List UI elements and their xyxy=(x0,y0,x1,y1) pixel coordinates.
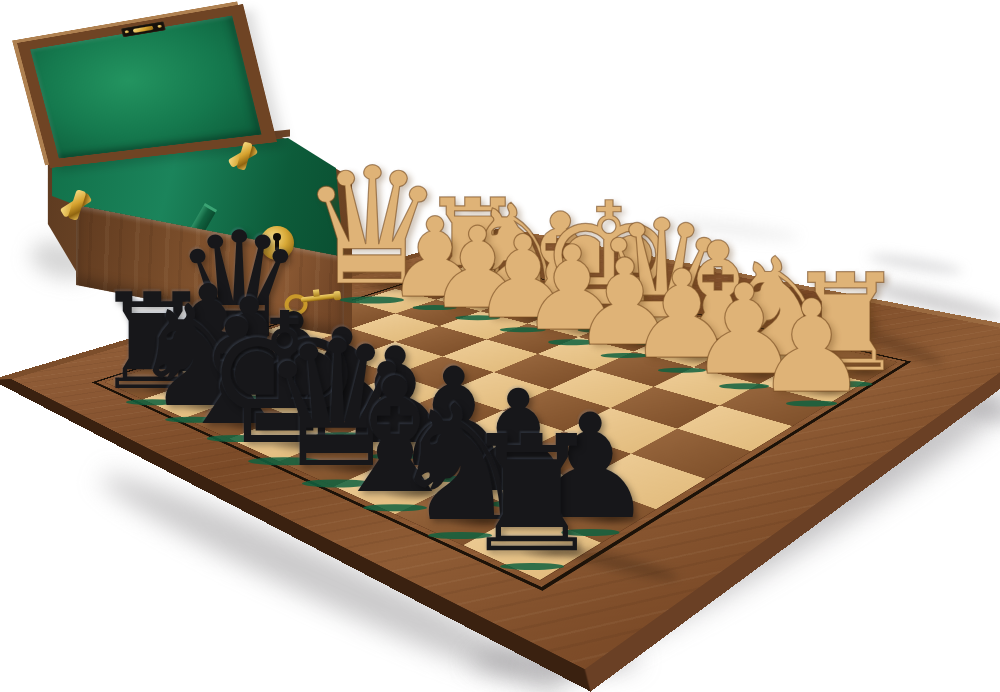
scene: ♜♛♞♟♝♟♚♟♛♟♛♝♟♞♟♟♜♟♟♜♟♟♞♟♝♟♚♟♛♟♝♟♞♜ xyxy=(0,0,1000,692)
felt-base-pad xyxy=(500,563,564,570)
brass-nameplate xyxy=(121,21,166,37)
felt-base-pad xyxy=(786,401,837,407)
chess-piece[interactable]: ♟ xyxy=(754,282,869,410)
hinge-right-icon xyxy=(226,136,268,180)
hinge-left-icon xyxy=(58,182,102,230)
chess-piece[interactable]: ♜ xyxy=(460,415,604,575)
